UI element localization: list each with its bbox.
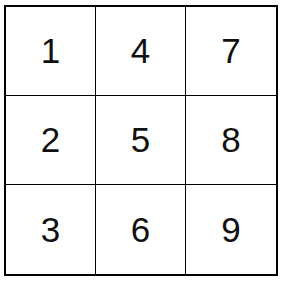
- grid-3x3: 1 4 7 2 5 8 3 6 9: [4, 5, 278, 276]
- grid-cell-r1c1: 1: [6, 7, 96, 96]
- grid-cell-r2c1: 2: [6, 96, 96, 185]
- grid-cell-r1c3: 7: [186, 7, 276, 96]
- grid-cell-r2c3: 8: [186, 96, 276, 185]
- grid-cell-r3c2: 6: [96, 185, 186, 274]
- grid-cell-r2c2: 5: [96, 96, 186, 185]
- number-grid-board: 1 4 7 2 5 8 3 6 9: [4, 5, 278, 276]
- grid-cell-r3c1: 3: [6, 185, 96, 274]
- grid-cell-r3c3: 9: [186, 185, 276, 274]
- grid-cell-r1c2: 4: [96, 7, 186, 96]
